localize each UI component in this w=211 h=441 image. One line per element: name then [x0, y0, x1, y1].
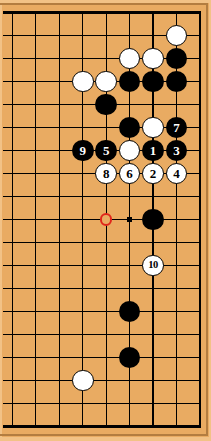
intersection [1, 1, 24, 24]
intersection [94, 185, 117, 208]
intersection [118, 392, 141, 415]
intersection [71, 24, 94, 47]
intersection: 3 [165, 139, 188, 162]
intersection [71, 392, 94, 415]
intersection [165, 231, 188, 254]
intersection [24, 323, 47, 346]
move-number: 8 [103, 167, 110, 180]
intersection [48, 162, 71, 185]
black-stone: 1 [142, 140, 164, 162]
intersection [71, 254, 94, 277]
intersection [1, 47, 24, 70]
intersection: 7 [165, 116, 188, 139]
white-stone [95, 71, 117, 93]
intersection [71, 231, 94, 254]
intersection [48, 346, 71, 369]
intersection [71, 346, 94, 369]
move-number: 5 [103, 144, 110, 157]
intersection [188, 300, 211, 323]
intersection [1, 415, 24, 438]
intersection [118, 93, 141, 116]
intersection [188, 162, 211, 185]
intersection [48, 24, 71, 47]
intersection [1, 300, 24, 323]
intersection [118, 116, 141, 139]
white-stone: 6 [119, 163, 141, 185]
intersection [24, 162, 47, 185]
intersection [24, 93, 47, 116]
intersection [165, 392, 188, 415]
white-stone [142, 117, 164, 139]
intersection [1, 323, 24, 346]
intersection [1, 70, 24, 93]
white-stone: 4 [166, 163, 188, 185]
move-number: 1 [150, 144, 157, 157]
move-number: 4 [173, 167, 180, 180]
intersection [118, 185, 141, 208]
white-stone [72, 370, 94, 392]
intersection [48, 1, 71, 24]
intersection [141, 185, 164, 208]
intersection [165, 323, 188, 346]
black-stone [166, 48, 188, 70]
intersection [94, 24, 117, 47]
intersection [118, 369, 141, 392]
intersection [1, 254, 24, 277]
intersection [165, 254, 188, 277]
intersection [71, 162, 94, 185]
intersection [118, 323, 141, 346]
intersection [118, 415, 141, 438]
intersection [141, 277, 164, 300]
intersection [141, 415, 164, 438]
intersection [94, 1, 117, 24]
intersection [188, 323, 211, 346]
intersection [165, 1, 188, 24]
black-stone [119, 301, 141, 323]
intersection [24, 277, 47, 300]
black-stone [142, 209, 164, 231]
intersection: 1 [141, 139, 164, 162]
intersection [188, 231, 211, 254]
intersection [118, 208, 141, 231]
move-number: 2 [150, 167, 157, 180]
red-circle-marker [100, 213, 113, 226]
intersection [165, 70, 188, 93]
intersection [118, 346, 141, 369]
intersection [71, 415, 94, 438]
intersection [94, 208, 117, 231]
intersection [118, 277, 141, 300]
intersection [71, 116, 94, 139]
intersection [24, 300, 47, 323]
intersection [24, 346, 47, 369]
intersection [141, 70, 164, 93]
intersection [1, 93, 24, 116]
go-board-grid: 79513862410 [1, 1, 211, 438]
intersection [1, 24, 24, 47]
hoshi-point [127, 217, 132, 222]
intersection [141, 369, 164, 392]
intersection [94, 346, 117, 369]
intersection [165, 185, 188, 208]
black-stone: 7 [166, 117, 188, 139]
intersection [141, 346, 164, 369]
intersection: 4 [165, 162, 188, 185]
intersection [165, 208, 188, 231]
black-stone: 5 [95, 140, 117, 162]
intersection [24, 231, 47, 254]
intersection [48, 369, 71, 392]
white-stone [119, 140, 141, 162]
move-number: 10 [148, 260, 158, 271]
intersection [118, 1, 141, 24]
intersection [48, 47, 71, 70]
intersection [188, 116, 211, 139]
intersection [48, 139, 71, 162]
intersection [165, 93, 188, 116]
intersection [71, 185, 94, 208]
intersection [94, 70, 117, 93]
intersection [1, 139, 24, 162]
white-stone: 8 [95, 163, 117, 185]
move-number: 6 [126, 167, 133, 180]
intersection [188, 415, 211, 438]
intersection [188, 208, 211, 231]
intersection [71, 323, 94, 346]
intersection [165, 47, 188, 70]
intersection [1, 369, 24, 392]
intersection [24, 70, 47, 93]
white-stone [119, 48, 141, 70]
intersection [24, 392, 47, 415]
intersection [71, 208, 94, 231]
intersection [94, 47, 117, 70]
intersection [1, 208, 24, 231]
intersection [24, 139, 47, 162]
intersection: 8 [94, 162, 117, 185]
black-stone [95, 94, 117, 116]
intersection [141, 116, 164, 139]
black-stone [119, 117, 141, 139]
intersection [94, 231, 117, 254]
move-number: 7 [173, 121, 180, 134]
intersection [48, 93, 71, 116]
intersection [141, 93, 164, 116]
intersection [48, 300, 71, 323]
intersection [94, 369, 117, 392]
intersection [48, 116, 71, 139]
intersection [141, 208, 164, 231]
intersection [71, 1, 94, 24]
black-stone [119, 347, 141, 369]
intersection [24, 185, 47, 208]
intersection [165, 415, 188, 438]
intersection: 2 [141, 162, 164, 185]
white-stone: 10 [142, 255, 164, 277]
intersection [118, 70, 141, 93]
intersection [118, 139, 141, 162]
intersection [188, 254, 211, 277]
black-stone [166, 71, 188, 93]
intersection [141, 392, 164, 415]
intersection [94, 323, 117, 346]
intersection [165, 346, 188, 369]
intersection [71, 369, 94, 392]
intersection [141, 323, 164, 346]
intersection [165, 369, 188, 392]
intersection [71, 93, 94, 116]
black-stone: 3 [166, 140, 188, 162]
intersection [141, 24, 164, 47]
intersection [1, 185, 24, 208]
intersection [71, 70, 94, 93]
intersection [94, 277, 117, 300]
intersection [118, 254, 141, 277]
intersection [1, 231, 24, 254]
intersection [1, 162, 24, 185]
intersection [48, 231, 71, 254]
intersection [24, 116, 47, 139]
intersection [71, 277, 94, 300]
intersection [48, 323, 71, 346]
intersection [48, 254, 71, 277]
intersection: 5 [94, 139, 117, 162]
intersection [165, 24, 188, 47]
intersection [141, 1, 164, 24]
intersection [48, 392, 71, 415]
intersection [188, 277, 211, 300]
white-stone: 2 [142, 163, 164, 185]
intersection [94, 300, 117, 323]
intersection [48, 185, 71, 208]
intersection [94, 254, 117, 277]
intersection [118, 24, 141, 47]
intersection [165, 300, 188, 323]
intersection [188, 185, 211, 208]
intersection [48, 70, 71, 93]
white-stone [166, 25, 188, 47]
white-stone [142, 48, 164, 70]
intersection [118, 231, 141, 254]
intersection: 9 [71, 139, 94, 162]
intersection [1, 392, 24, 415]
intersection [188, 93, 211, 116]
intersection [188, 47, 211, 70]
intersection [24, 47, 47, 70]
intersection [24, 369, 47, 392]
intersection [1, 116, 24, 139]
intersection [188, 369, 211, 392]
intersection: 6 [118, 162, 141, 185]
intersection [24, 415, 47, 438]
intersection [118, 47, 141, 70]
intersection [141, 47, 164, 70]
intersection [94, 116, 117, 139]
intersection [188, 139, 211, 162]
move-number: 9 [79, 144, 86, 157]
intersection [48, 415, 71, 438]
intersection [188, 1, 211, 24]
black-stone [142, 71, 164, 93]
intersection [188, 24, 211, 47]
intersection [1, 277, 24, 300]
intersection [71, 300, 94, 323]
intersection [141, 300, 164, 323]
intersection [118, 300, 141, 323]
intersection [94, 415, 117, 438]
intersection [24, 254, 47, 277]
intersection [71, 47, 94, 70]
intersection [94, 392, 117, 415]
white-stone [72, 71, 94, 93]
intersection [24, 208, 47, 231]
intersection [1, 346, 24, 369]
move-number: 3 [173, 144, 180, 157]
intersection [188, 346, 211, 369]
intersection [188, 392, 211, 415]
intersection [48, 277, 71, 300]
intersection [24, 24, 47, 47]
intersection [24, 1, 47, 24]
black-stone [119, 71, 141, 93]
intersection: 10 [141, 254, 164, 277]
intersection [188, 70, 211, 93]
go-diagram: 79513862410 [0, 0, 211, 441]
intersection [94, 93, 117, 116]
intersection [165, 277, 188, 300]
intersection [48, 208, 71, 231]
black-stone: 9 [72, 140, 94, 162]
intersection [141, 231, 164, 254]
